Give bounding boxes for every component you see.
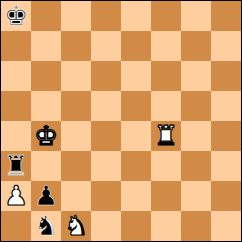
black-knight[interactable]: ♞ [34, 211, 58, 241]
square-e4[interactable] [121, 121, 151, 151]
square-h4[interactable] [211, 121, 241, 151]
square-a6[interactable] [1, 61, 31, 91]
square-e7[interactable] [121, 31, 151, 61]
square-d4[interactable] [91, 121, 121, 151]
square-c5[interactable] [61, 91, 91, 121]
square-c2[interactable] [61, 181, 91, 211]
square-g5[interactable] [181, 91, 211, 121]
chess-board: ♚♚♜♜♟♟♞♞ [0, 0, 242, 242]
square-c8[interactable] [61, 1, 91, 31]
square-a8[interactable]: ♚ [1, 1, 31, 31]
square-e5[interactable] [121, 91, 151, 121]
square-a7[interactable] [1, 31, 31, 61]
square-f2[interactable] [151, 181, 181, 211]
square-g1[interactable] [181, 211, 211, 241]
square-d8[interactable] [91, 1, 121, 31]
square-f1[interactable] [151, 211, 181, 241]
white-pawn[interactable]: ♟ [4, 181, 28, 211]
square-d5[interactable] [91, 91, 121, 121]
square-c7[interactable] [61, 31, 91, 61]
black-pawn[interactable]: ♟ [34, 181, 58, 211]
square-d2[interactable] [91, 181, 121, 211]
square-h7[interactable] [211, 31, 241, 61]
square-a1[interactable] [1, 211, 31, 241]
square-f4[interactable]: ♜ [151, 121, 181, 151]
square-g6[interactable] [181, 61, 211, 91]
square-b1[interactable]: ♞ [31, 211, 61, 241]
square-c4[interactable] [61, 121, 91, 151]
square-d6[interactable] [91, 61, 121, 91]
square-d7[interactable] [91, 31, 121, 61]
square-h3[interactable] [211, 151, 241, 181]
square-c3[interactable] [61, 151, 91, 181]
square-h8[interactable] [211, 1, 241, 31]
square-e6[interactable] [121, 61, 151, 91]
square-b5[interactable] [31, 91, 61, 121]
square-g8[interactable] [181, 1, 211, 31]
square-h6[interactable] [211, 61, 241, 91]
square-e8[interactable] [121, 1, 151, 31]
white-king[interactable]: ♚ [34, 121, 58, 151]
square-g7[interactable] [181, 31, 211, 61]
square-b4[interactable]: ♚ [31, 121, 61, 151]
white-rook[interactable]: ♜ [154, 121, 178, 151]
square-a3[interactable]: ♜ [1, 151, 31, 181]
square-g3[interactable] [181, 151, 211, 181]
square-g4[interactable] [181, 121, 211, 151]
square-a2[interactable]: ♟ [1, 181, 31, 211]
square-f3[interactable] [151, 151, 181, 181]
black-king[interactable]: ♚ [4, 1, 28, 31]
square-c6[interactable] [61, 61, 91, 91]
square-a5[interactable] [1, 91, 31, 121]
square-b6[interactable] [31, 61, 61, 91]
square-f6[interactable] [151, 61, 181, 91]
square-f5[interactable] [151, 91, 181, 121]
square-b2[interactable]: ♟ [31, 181, 61, 211]
square-h1[interactable] [211, 211, 241, 241]
square-f7[interactable] [151, 31, 181, 61]
square-g2[interactable] [181, 181, 211, 211]
square-e3[interactable] [121, 151, 151, 181]
black-rook[interactable]: ♜ [4, 151, 28, 181]
square-a4[interactable] [1, 121, 31, 151]
white-knight[interactable]: ♞ [64, 211, 88, 241]
square-f8[interactable] [151, 1, 181, 31]
square-d3[interactable] [91, 151, 121, 181]
square-h5[interactable] [211, 91, 241, 121]
square-e1[interactable] [121, 211, 151, 241]
square-b8[interactable] [31, 1, 61, 31]
square-h2[interactable] [211, 181, 241, 211]
square-e2[interactable] [121, 181, 151, 211]
square-b7[interactable] [31, 31, 61, 61]
square-b3[interactable] [31, 151, 61, 181]
square-c1[interactable]: ♞ [61, 211, 91, 241]
square-d1[interactable] [91, 211, 121, 241]
